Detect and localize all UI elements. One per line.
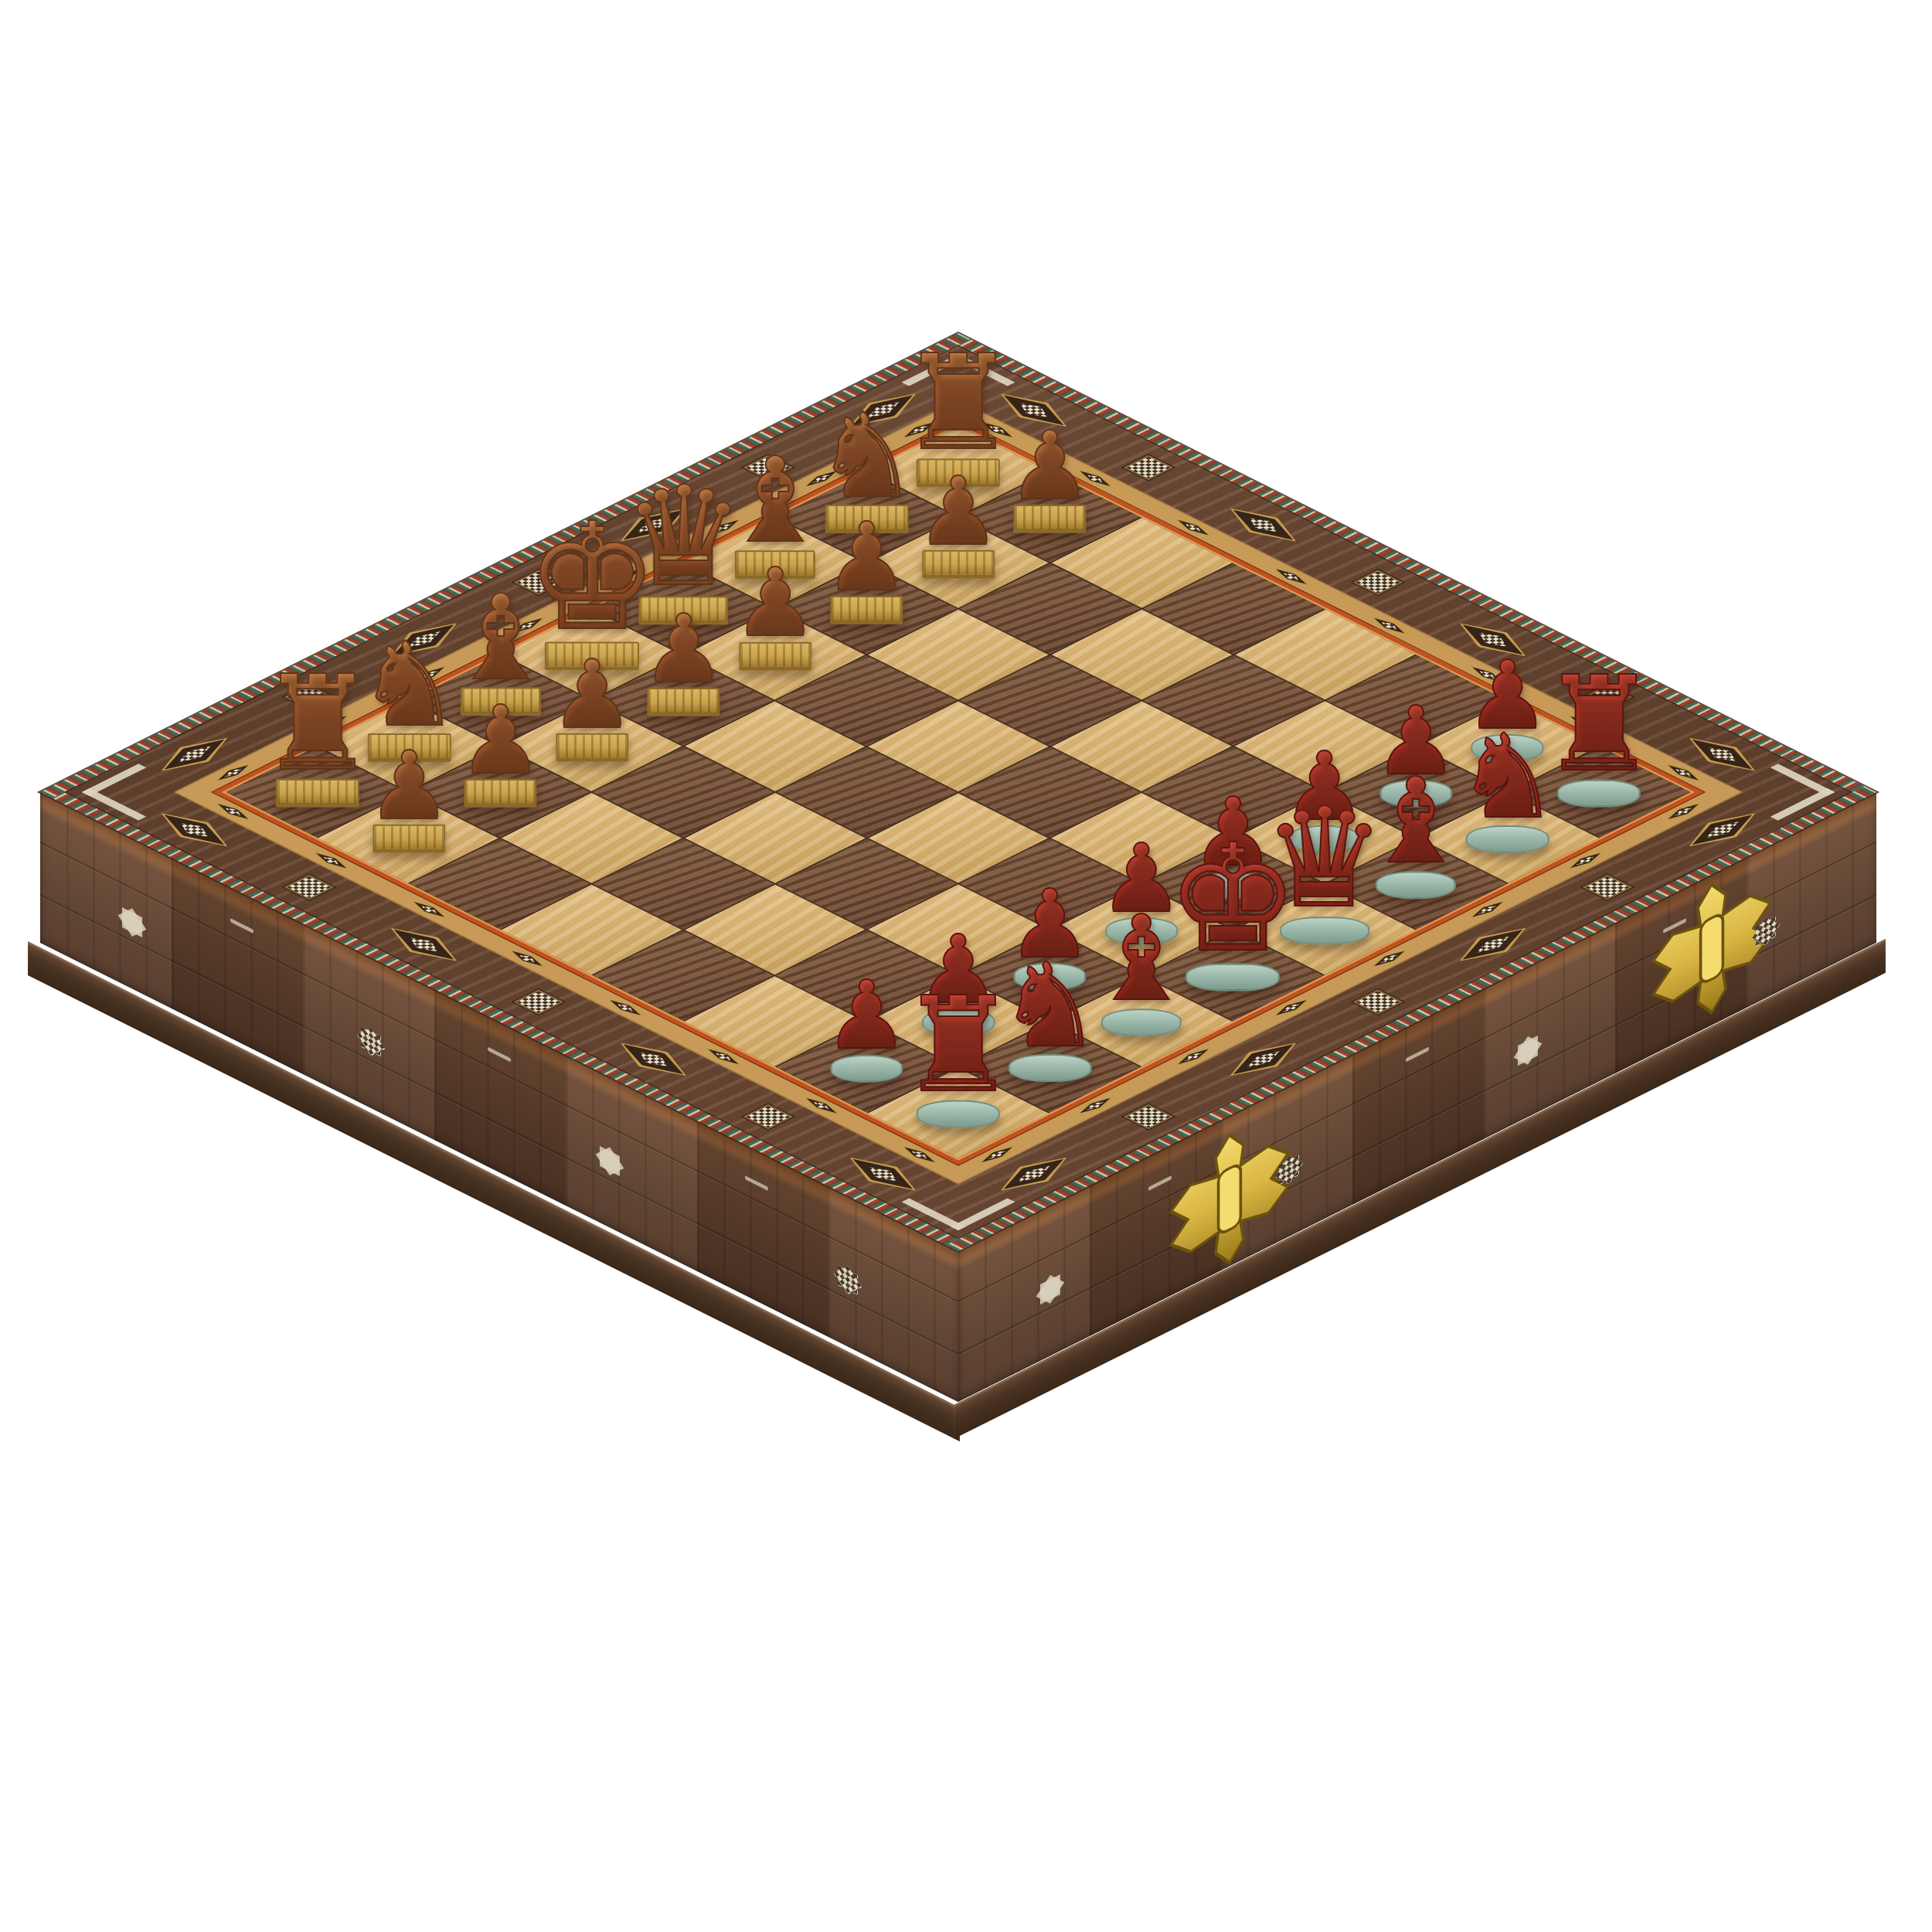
chess-set-photo: ♜♞♝♛♚♝♞♜♟♟♟♟♟♟♟♟♟♟♟♟♟♟♟♟♜♞♝♛♚♝♞♜: [0, 0, 1932, 1932]
roman-pedestal: [1376, 871, 1456, 899]
piece-roman-rook-h1[interactable]: ♜: [900, 984, 1017, 1128]
piece-egyptian-rook-h8[interactable]: ♜: [259, 663, 376, 808]
star-inlay: [361, 1026, 381, 1056]
pawn-glyph: ♟: [1008, 422, 1092, 509]
egyptian-pedestal: [922, 550, 995, 579]
checker-square-inlay: [1127, 457, 1171, 478]
checker-square-inlay: [287, 876, 332, 898]
dash-inlay: [230, 918, 253, 934]
roman-pedestal: [1557, 780, 1641, 808]
dash-inlay: [1406, 1046, 1429, 1062]
egyptian-pedestal: [648, 688, 720, 716]
piece-egyptian-pawn-c7[interactable]: ♟: [825, 514, 909, 624]
pawn-glyph: ♟: [825, 972, 909, 1059]
dash-inlay: [745, 1175, 768, 1191]
pawn-glyph: ♟: [550, 651, 634, 738]
egyptian-pedestal: [372, 825, 445, 853]
pawn-glyph: ♟: [916, 468, 1000, 555]
piece-egyptian-pawn-d7[interactable]: ♟: [733, 560, 817, 670]
piece-roman-knight-b1[interactable]: ♞: [1455, 723, 1559, 853]
roman-pedestal: [1185, 963, 1280, 991]
knight-glyph: ♞: [815, 403, 918, 509]
dash-inlay: [488, 1047, 511, 1063]
pawn-glyph: ♟: [367, 743, 451, 829]
pawn-glyph: ♟: [825, 514, 909, 600]
egyptian-pedestal: [556, 733, 628, 762]
piece-egyptian-pawn-e7[interactable]: ♟: [641, 605, 726, 716]
roman-pedestal: [917, 1100, 1000, 1128]
checker-square-inlay: [1356, 991, 1400, 1012]
star-inlay: [1040, 1274, 1060, 1304]
egyptian-pedestal: [831, 596, 903, 624]
bishop-glyph: ♝: [448, 584, 553, 692]
piece-roman-pawn-h2[interactable]: ♟: [825, 972, 909, 1082]
checker-square-inlay: [747, 1106, 791, 1128]
star-inlay: [122, 907, 142, 937]
piece-egyptian-pawn-b7[interactable]: ♟: [916, 468, 1000, 579]
roman-pedestal: [1466, 825, 1549, 853]
checker-square-inlay: [517, 991, 561, 1012]
piece-egyptian-pawn-f7[interactable]: ♟: [550, 651, 634, 762]
bishop-glyph: ♝: [1089, 905, 1194, 1013]
star-inlay: [600, 1146, 620, 1176]
checker-square-inlay: [1127, 1106, 1171, 1128]
star-inlay: [1518, 1036, 1538, 1066]
rook-glyph: ♜: [259, 663, 376, 784]
checker-square-inlay: [1356, 571, 1400, 593]
roman-pedestal: [1008, 1054, 1091, 1082]
roman-pedestal: [831, 1054, 903, 1082]
rook-glyph: ♜: [900, 984, 1017, 1104]
pawn-glyph: ♟: [733, 560, 817, 646]
knight-glyph: ♞: [1455, 723, 1559, 830]
egyptian-pedestal: [739, 641, 811, 670]
checker-square-inlay: [1586, 876, 1630, 898]
egyptian-pedestal: [464, 779, 537, 808]
roman-pedestal: [1101, 1009, 1182, 1036]
pawn-glyph: ♟: [458, 697, 543, 784]
star-inlay: [838, 1265, 858, 1295]
piece-egyptian-pawn-h7[interactable]: ♟: [367, 743, 451, 853]
egyptian-pedestal: [276, 779, 359, 808]
piece-egyptian-pawn-a7[interactable]: ♟: [1008, 422, 1092, 532]
piece-egyptian-pawn-g7[interactable]: ♟: [458, 697, 543, 808]
pawn-glyph: ♟: [641, 605, 726, 692]
egyptian-pedestal: [1013, 505, 1086, 533]
piece-roman-bishop-f1[interactable]: ♝: [1089, 905, 1194, 1036]
